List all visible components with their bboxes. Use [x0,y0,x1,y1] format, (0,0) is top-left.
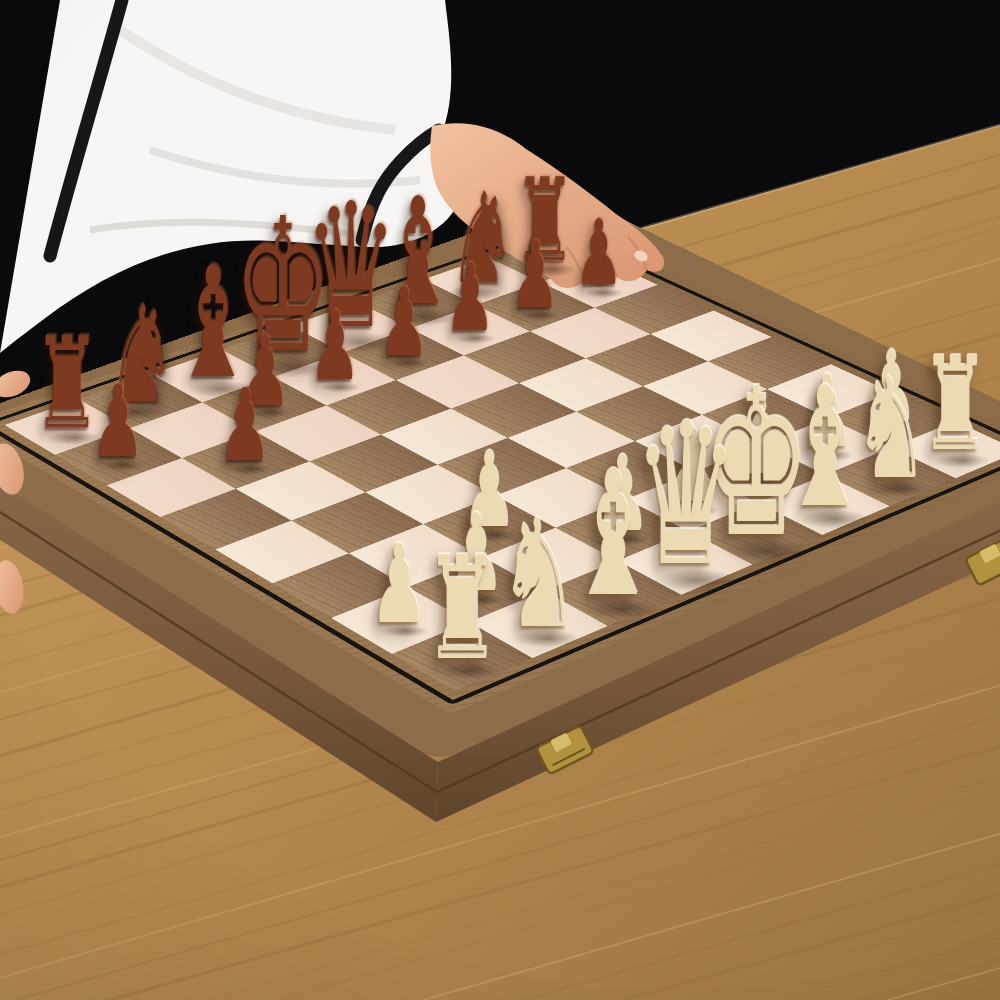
left-fingertip-1 [0,366,34,402]
right-hand [430,123,664,288]
left-fingertip-3 [0,558,27,616]
scene: ♜♞♝♚♛♝♞♜♟♟♟♟♟♟♟♟♟♟♟♟♟♟♟♟♜♞♝♛♚♝♞♜ [0,0,1000,1000]
left-fingertip-2 [0,440,29,498]
arm-svg [0,0,1000,1000]
